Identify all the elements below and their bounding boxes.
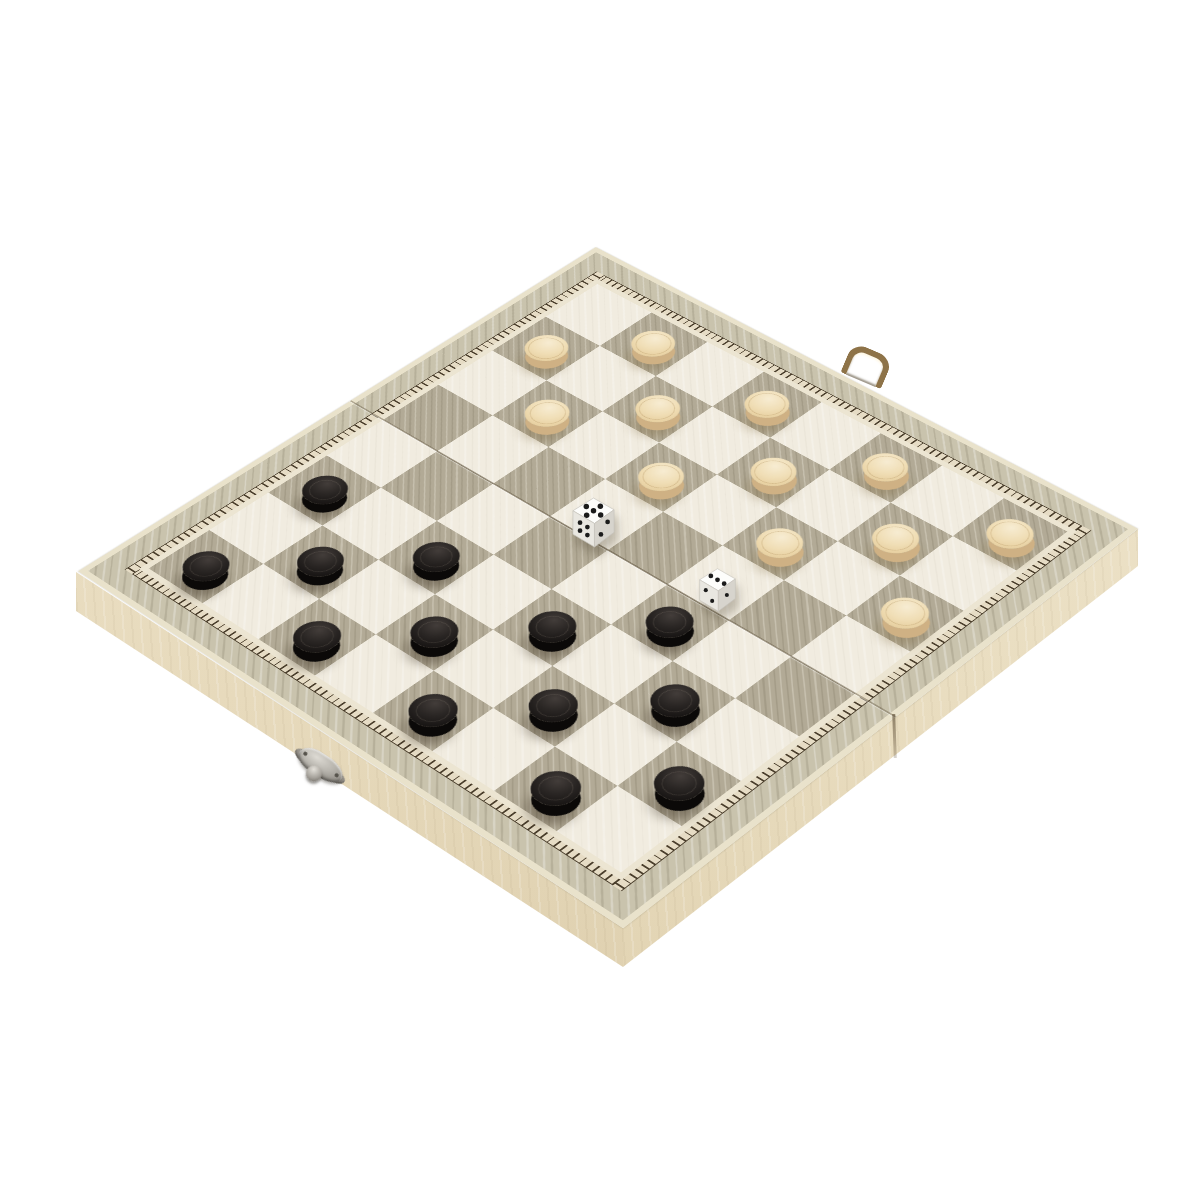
checker-dark[interactable] [643,759,715,808]
checker-dark[interactable] [288,540,355,582]
checker-dark[interactable] [520,764,592,813]
checker-light[interactable] [853,448,918,488]
die-1[interactable] [570,496,617,549]
checker-light[interactable] [862,518,929,560]
checker-light[interactable] [747,522,814,564]
checker-light[interactable] [871,591,939,635]
product-photo-scene [0,0,1200,1200]
checker-light[interactable] [629,457,694,497]
checker-light[interactable] [515,330,577,367]
checker-light[interactable] [622,326,684,363]
game-board [78,247,1138,928]
checker-dark[interactable] [639,678,709,725]
checker-light[interactable] [516,394,580,433]
checker-dark[interactable] [398,687,468,734]
checker-dark[interactable] [402,536,469,578]
checker-dark[interactable] [636,600,704,644]
checker-light[interactable] [625,390,689,428]
checker-dark[interactable] [519,682,589,729]
checker-light[interactable] [977,513,1044,555]
checker-light[interactable] [741,452,806,492]
die-2[interactable] [697,567,738,613]
checker-light[interactable] [735,385,799,423]
checker-dark[interactable] [292,470,357,510]
checker-dark[interactable] [283,614,351,659]
checker-dark[interactable] [518,605,586,649]
checker-dark[interactable] [400,610,468,654]
checker-dark[interactable] [173,545,240,587]
